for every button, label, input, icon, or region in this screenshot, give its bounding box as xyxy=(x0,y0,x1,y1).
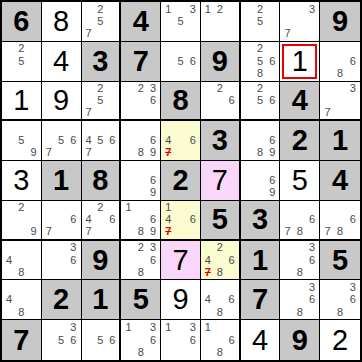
cell-r2c4[interactable]: 7 xyxy=(121,42,161,82)
candidate: 8 xyxy=(15,306,27,318)
candidate: 6 xyxy=(106,214,118,226)
candidate: 8 xyxy=(254,147,266,159)
cell-r8c4[interactable]: 5 xyxy=(121,280,161,320)
cell-r7c3[interactable]: 9 xyxy=(82,241,122,281)
candidate: 5 xyxy=(94,15,106,27)
candidate: 3 xyxy=(306,242,318,254)
cell-r9c1[interactable]: 7 xyxy=(2,320,42,360)
candidate: 9 xyxy=(147,147,159,159)
solved-digit: 7 xyxy=(161,241,200,280)
cell-r1c4[interactable]: 4 xyxy=(121,2,161,42)
cell-r4c1[interactable]: 59 xyxy=(2,121,42,161)
cell-r1c9[interactable]: 9 xyxy=(320,2,360,42)
cell-r5c3[interactable]: 8 xyxy=(82,161,122,201)
candidate-grid: 37 xyxy=(281,3,318,40)
candidate-grid: 2467 xyxy=(83,202,119,238)
candidate: 6 xyxy=(306,214,318,226)
cell-r3c6[interactable]: 26 xyxy=(201,82,241,122)
cell-r1c1[interactable]: 6 xyxy=(2,2,42,42)
solved-digit: 4 xyxy=(42,42,81,81)
candidate: 8 xyxy=(294,266,306,278)
cell-r3c9[interactable]: 37 xyxy=(320,82,360,122)
cell-r3c3[interactable]: 257 xyxy=(82,82,122,122)
candidate-grid: 56 xyxy=(83,321,119,359)
candidate: 6 xyxy=(226,334,238,347)
candidate: 2 xyxy=(135,83,147,95)
candidate: 6 xyxy=(346,294,359,306)
candidate: 6 xyxy=(67,254,79,266)
candidate: 6 xyxy=(147,94,159,106)
cell-r1c6[interactable]: 12 xyxy=(201,2,241,42)
candidate: 1 xyxy=(162,3,174,15)
candidate-grid: 2568 xyxy=(242,43,279,80)
cell-r5c4[interactable]: 69 xyxy=(121,161,161,201)
candidate-grid: 4567 xyxy=(83,122,119,159)
cell-r6c1[interactable]: 29 xyxy=(2,201,42,241)
given-digit: 2 xyxy=(280,121,319,160)
candidate-grid: 37 xyxy=(321,83,359,119)
cell-r9c8[interactable]: 9 xyxy=(280,320,320,360)
candidate: 2 xyxy=(254,83,266,95)
cell-r7c5[interactable]: 7 xyxy=(161,241,201,281)
candidate: 6 xyxy=(67,214,79,226)
candidate: 8 xyxy=(135,266,147,278)
candidate: 6 xyxy=(147,334,159,347)
given-digit: 9 xyxy=(280,320,319,360)
candidate: 6 xyxy=(346,55,359,67)
candidate-grid: 136 xyxy=(162,321,199,359)
solved-digit: 3 xyxy=(2,161,41,200)
cell-r6c8[interactable]: 678 xyxy=(280,201,320,241)
cell-r9c3[interactable]: 56 xyxy=(82,320,122,360)
candidate-grid: 12 xyxy=(202,3,238,40)
candidate: 7 xyxy=(43,226,55,238)
candidate-grid: 689 xyxy=(122,122,159,159)
candidate-grid: 25 xyxy=(3,43,40,80)
cell-r7c2[interactable]: 36 xyxy=(42,241,82,281)
cell-r2c9[interactable]: 68 xyxy=(320,42,360,82)
cell-r4c4[interactable]: 689 xyxy=(121,121,161,161)
given-digit: 1 xyxy=(82,280,120,319)
candidate: 5 xyxy=(94,334,106,347)
candidate-grid: 689 xyxy=(242,122,279,159)
candidate: 2 xyxy=(254,43,266,55)
solved-digit: 7 xyxy=(201,161,239,200)
cell-r8c2[interactable]: 2 xyxy=(42,280,82,320)
candidate: 8 xyxy=(214,306,226,318)
cell-r7c6[interactable]: 24687 xyxy=(201,241,241,281)
candidate: 7 xyxy=(321,226,334,238)
cell-r3c8[interactable]: 4 xyxy=(280,82,320,122)
candidate: 6 xyxy=(67,135,79,147)
given-digit: 5 xyxy=(201,201,239,239)
candidate-grid: 69 xyxy=(122,162,159,199)
candidate: 4 xyxy=(3,294,15,306)
cell-r2c5[interactable]: 56 xyxy=(161,42,201,82)
candidate: 5 xyxy=(94,94,106,106)
candidate-grid: 236 xyxy=(122,83,159,119)
candidate: 3 xyxy=(187,3,199,15)
candidate: 4 xyxy=(83,135,95,147)
solved-digit: 1 xyxy=(280,42,319,81)
cell-r9c6[interactable]: 168 xyxy=(201,320,241,360)
candidate: 6 xyxy=(226,94,238,106)
given-digit: 9 xyxy=(201,42,239,81)
candidate: 6 xyxy=(147,214,159,226)
candidate: 3 xyxy=(306,281,318,293)
candidate: 8 xyxy=(135,147,147,159)
candidate: 6 xyxy=(346,214,359,226)
candidate: 1 xyxy=(122,321,134,334)
candidate: 5 xyxy=(94,135,106,147)
given-digit: 8 xyxy=(82,161,120,200)
candidate: 3 xyxy=(67,321,79,334)
candidate: 8 xyxy=(135,346,147,359)
cell-r9c5[interactable]: 136 xyxy=(161,320,201,360)
candidate: 9 xyxy=(147,187,159,199)
candidate-grid: 24687 xyxy=(202,242,238,279)
given-digit: 2 xyxy=(42,280,81,319)
candidate: 2 xyxy=(254,3,266,15)
candidate: 8 xyxy=(294,306,306,318)
candidate: 1 xyxy=(162,321,174,334)
cell-r4c9[interactable]: 1 xyxy=(320,121,360,161)
candidate: 6 xyxy=(106,135,118,147)
candidate-grid: 56 xyxy=(162,43,199,80)
candidate: 6 xyxy=(187,135,199,147)
candidate: 2 xyxy=(15,43,27,55)
cell-r3c7[interactable]: 256 xyxy=(241,82,281,122)
cell-r1c3[interactable]: 257 xyxy=(82,2,122,42)
candidate-grid: 678 xyxy=(321,202,359,238)
candidate: 9 xyxy=(28,226,40,238)
candidate-grid: 26 xyxy=(202,83,238,119)
given-digit: 7 xyxy=(241,280,280,319)
cell-r3c5[interactable]: 8 xyxy=(161,82,201,122)
cell-r2c3[interactable]: 3 xyxy=(82,42,122,82)
cell-r4c6[interactable]: 3 xyxy=(201,121,241,161)
candidate: 4 xyxy=(3,254,15,266)
cell-r2c7[interactable]: 2568 xyxy=(241,42,281,82)
candidate: 5 xyxy=(254,55,266,67)
cell-r7c4[interactable]: 2368 xyxy=(121,241,161,281)
solved-digit: 9 xyxy=(161,280,200,319)
given-digit: 4 xyxy=(121,2,160,41)
candidate-grid: 69 xyxy=(242,162,279,199)
solved-digit: 1 xyxy=(2,82,41,120)
cell-r6c4[interactable]: 1689 xyxy=(121,201,161,241)
cell-r6c6[interactable]: 5 xyxy=(201,201,241,241)
cell-r9c4[interactable]: 1368 xyxy=(121,320,161,360)
candidate: 5 xyxy=(174,55,186,67)
cell-r5c7[interactable]: 69 xyxy=(241,161,281,201)
cell-r5c6[interactable]: 7 xyxy=(201,161,241,201)
solved-digit: 2 xyxy=(320,320,360,360)
candidate: 8 xyxy=(294,226,306,238)
cell-r2c6[interactable]: 9 xyxy=(201,42,241,82)
candidate: 5 xyxy=(55,135,67,147)
candidate: 4 xyxy=(202,254,214,266)
cell-r2c2[interactable]: 4 xyxy=(42,42,82,82)
cell-r6c2[interactable]: 67 xyxy=(42,201,82,241)
cell-r8c1[interactable]: 48 xyxy=(2,280,42,320)
cell-r5c2[interactable]: 1 xyxy=(42,161,82,201)
given-digit: 7 xyxy=(2,320,41,360)
candidate: 7 xyxy=(281,226,293,238)
candidate: 9 xyxy=(28,147,40,159)
candidate: 1 xyxy=(162,202,174,214)
candidate-grid: 59 xyxy=(3,122,40,159)
eliminated-candidate: 7 xyxy=(202,266,214,278)
candidate-grid: 468 xyxy=(202,281,238,318)
candidate-grid: 2368 xyxy=(122,242,159,279)
candidate: 5 xyxy=(15,135,27,147)
cell-r6c7[interactable]: 3 xyxy=(241,201,281,241)
candidate-grid: 29 xyxy=(3,202,40,238)
candidate: 8 xyxy=(214,346,226,359)
candidate-grid: 567 xyxy=(43,122,80,159)
cell-r4c2[interactable]: 567 xyxy=(42,121,82,161)
candidate-grid: 368 xyxy=(321,281,359,318)
candidate: 3 xyxy=(346,83,359,95)
cell-r3c4[interactable]: 236 xyxy=(121,82,161,122)
candidate: 6 xyxy=(266,174,278,186)
candidate: 9 xyxy=(266,147,278,159)
cell-r8c7[interactable]: 7 xyxy=(241,280,281,320)
cell-r9c2[interactable]: 356 xyxy=(42,320,82,360)
given-digit: 4 xyxy=(280,82,319,120)
cell-r1c7[interactable]: 25 xyxy=(241,2,281,42)
candidate: 8 xyxy=(334,306,347,318)
candidate-grid: 1467 xyxy=(162,202,199,238)
cell-r5c1[interactable]: 3 xyxy=(2,161,42,201)
cell-r7c1[interactable]: 48 xyxy=(2,241,42,281)
candidate: 6 xyxy=(187,214,199,226)
eliminated-candidate: 7 xyxy=(162,147,174,159)
given-digit: 9 xyxy=(82,241,120,280)
candidate: 5 xyxy=(15,55,27,67)
candidate: 6 xyxy=(226,294,238,306)
candidate: 3 xyxy=(147,83,159,95)
candidate: 2 xyxy=(94,83,106,95)
candidate: 6 xyxy=(147,254,159,266)
cell-r8c6[interactable]: 468 xyxy=(201,280,241,320)
candidate: 1 xyxy=(202,3,214,15)
cell-r3c1[interactable]: 1 xyxy=(2,82,42,122)
cell-r6c9[interactable]: 678 xyxy=(320,201,360,241)
cell-r1c2[interactable]: 8 xyxy=(42,2,82,42)
candidate: 9 xyxy=(266,187,278,199)
candidate-grid: 48 xyxy=(3,281,40,318)
candidate-grid: 368 xyxy=(281,281,318,318)
candidate-grid: 678 xyxy=(281,202,318,238)
given-digit: 6 xyxy=(2,2,41,41)
candidate-grid: 135 xyxy=(162,3,199,40)
candidate: 4 xyxy=(83,214,95,226)
candidate: 7 xyxy=(83,226,95,238)
candidate: 8 xyxy=(334,67,347,79)
given-digit: 5 xyxy=(121,280,160,319)
candidate-grid: 257 xyxy=(83,83,119,119)
candidate: 3 xyxy=(67,242,79,254)
candidate: 6 xyxy=(306,294,318,306)
cell-r5c8[interactable]: 5 xyxy=(280,161,320,201)
candidate: 1 xyxy=(122,202,134,214)
candidate: 4 xyxy=(162,214,174,226)
candidate: 7 xyxy=(83,147,95,159)
candidate-grid: 68 xyxy=(321,43,359,80)
solved-digit: 9 xyxy=(42,82,81,120)
candidate: 6 xyxy=(266,94,278,106)
candidate: 2 xyxy=(94,202,106,214)
candidate: 7 xyxy=(281,28,293,40)
given-digit: 4 xyxy=(320,161,360,200)
candidate-grid: 467 xyxy=(162,122,199,159)
candidate: 2 xyxy=(214,3,226,15)
cell-r8c5[interactable]: 9 xyxy=(161,280,201,320)
candidate: 3 xyxy=(346,281,359,293)
candidate: 7 xyxy=(43,147,55,159)
given-digit: 1 xyxy=(42,161,81,200)
candidate: 9 xyxy=(147,226,159,238)
cell-r2c8[interactable]: 1 xyxy=(280,42,320,82)
candidate: 6 xyxy=(187,334,199,347)
cell-r6c3[interactable]: 2467 xyxy=(82,201,122,241)
candidate: 4 xyxy=(202,294,214,306)
candidate: 6 xyxy=(226,254,238,266)
candidate: 8 xyxy=(254,67,266,79)
candidate: 6 xyxy=(266,135,278,147)
candidate-grid: 67 xyxy=(43,202,80,238)
candidate: 2 xyxy=(214,83,226,95)
candidate: 6 xyxy=(187,55,199,67)
candidate: 8 xyxy=(15,266,27,278)
candidate: 6 xyxy=(67,334,79,347)
cell-r4c8[interactable]: 2 xyxy=(280,121,320,161)
candidate: 1 xyxy=(202,321,214,334)
candidate: 8 xyxy=(135,226,147,238)
candidate: 6 xyxy=(306,254,318,266)
cell-r1c8[interactable]: 37 xyxy=(280,2,320,42)
given-digit: 3 xyxy=(201,121,239,160)
candidate-grid: 168 xyxy=(202,321,238,359)
candidate-grid: 356 xyxy=(43,321,80,359)
candidate: 6 xyxy=(266,55,278,67)
candidate: 8 xyxy=(334,226,347,238)
given-digit: 9 xyxy=(320,2,360,41)
candidate: 3 xyxy=(187,321,199,334)
given-digit: 5 xyxy=(320,241,360,280)
cell-r4c5[interactable]: 467 xyxy=(161,121,201,161)
candidate-grid: 36 xyxy=(43,242,80,279)
candidate: 2 xyxy=(214,242,226,254)
cell-r9c9[interactable]: 2 xyxy=(320,320,360,360)
given-digit: 3 xyxy=(82,42,120,81)
solved-digit: 4 xyxy=(241,320,280,360)
candidate: 2 xyxy=(94,3,106,15)
candidate: 6 xyxy=(106,334,118,347)
cell-r8c3[interactable]: 1 xyxy=(82,280,122,320)
cell-r4c7[interactable]: 689 xyxy=(241,121,281,161)
candidate-grid: 1689 xyxy=(122,202,159,238)
candidate: 5 xyxy=(254,15,266,27)
candidate: 6 xyxy=(147,135,159,147)
sudoku-board: 6825741351225379254375692568168192572368… xyxy=(0,0,362,362)
given-digit: 2 xyxy=(161,161,200,200)
cell-r7c8[interactable]: 368 xyxy=(280,241,320,281)
given-digit: 8 xyxy=(161,82,200,120)
candidate-grid: 368 xyxy=(281,242,318,279)
candidate: 7 xyxy=(321,106,334,118)
cell-r7c9[interactable]: 5 xyxy=(320,241,360,281)
candidate: 3 xyxy=(147,242,159,254)
cell-r9c7[interactable]: 4 xyxy=(241,320,281,360)
given-digit: 1 xyxy=(320,121,360,160)
cell-r6c5[interactable]: 1467 xyxy=(161,201,201,241)
candidate-grid: 257 xyxy=(83,3,119,40)
candidate: 7 xyxy=(83,106,95,118)
cell-r3c2[interactable]: 9 xyxy=(42,82,82,122)
given-digit: 1 xyxy=(241,241,280,280)
solved-digit: 8 xyxy=(42,2,81,41)
given-digit: 7 xyxy=(121,42,160,81)
eliminated-candidate: 7 xyxy=(162,226,174,238)
given-digit: 3 xyxy=(241,201,280,239)
candidate-grid: 48 xyxy=(3,242,40,279)
candidate: 2 xyxy=(15,202,27,214)
solved-digit: 5 xyxy=(280,161,319,200)
cell-r4c3[interactable]: 4567 xyxy=(82,121,122,161)
cell-r2c1[interactable]: 25 xyxy=(2,42,42,82)
candidate: 6 xyxy=(147,174,159,186)
candidate: 3 xyxy=(306,3,318,15)
candidate-grid: 256 xyxy=(242,83,279,119)
candidate: 5 xyxy=(174,15,186,27)
candidate-grid: 25 xyxy=(242,3,279,40)
cell-r5c9[interactable]: 4 xyxy=(320,161,360,201)
candidate: 7 xyxy=(83,28,95,40)
candidate-grid: 1368 xyxy=(122,321,159,359)
cell-r1c5[interactable]: 135 xyxy=(161,2,201,42)
candidate: 3 xyxy=(147,321,159,334)
cell-r7c7[interactable]: 1 xyxy=(241,241,281,281)
cell-r8c8[interactable]: 368 xyxy=(280,280,320,320)
candidate: 8 xyxy=(214,266,226,278)
cell-r8c9[interactable]: 368 xyxy=(320,280,360,320)
candidate: 5 xyxy=(254,94,266,106)
candidate: 5 xyxy=(55,334,67,347)
cell-r5c5[interactable]: 2 xyxy=(161,161,201,201)
candidate: 2 xyxy=(135,242,147,254)
candidate: 4 xyxy=(162,135,174,147)
